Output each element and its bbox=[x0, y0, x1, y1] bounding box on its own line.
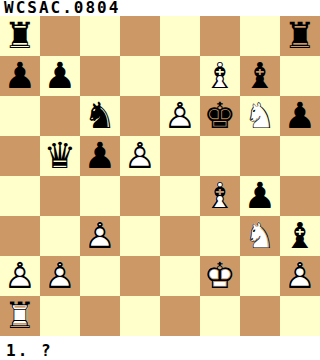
black-piece-glyph: ♚ bbox=[200, 96, 240, 136]
square-g6[interactable]: ♞♘ bbox=[240, 96, 280, 136]
square-c8[interactable] bbox=[80, 16, 120, 56]
square-e7[interactable] bbox=[160, 56, 200, 96]
square-b4[interactable] bbox=[40, 176, 80, 216]
square-b8[interactable] bbox=[40, 16, 80, 56]
black-piece-glyph: ♞ bbox=[80, 96, 120, 136]
square-d7[interactable] bbox=[120, 56, 160, 96]
square-b1[interactable] bbox=[40, 296, 80, 336]
black-pawn-b7[interactable]: ♟ bbox=[40, 56, 80, 96]
black-piece-glyph: ♟ bbox=[0, 56, 40, 96]
white-rook-a1[interactable]: ♜♖ bbox=[0, 296, 40, 336]
square-c7[interactable] bbox=[80, 56, 120, 96]
square-h8[interactable]: ♜ bbox=[280, 16, 320, 56]
square-f5[interactable] bbox=[200, 136, 240, 176]
black-bishop-g7[interactable]: ♝ bbox=[240, 56, 280, 96]
white-pawn-e6[interactable]: ♟♙ bbox=[160, 96, 200, 136]
square-b6[interactable] bbox=[40, 96, 80, 136]
white-piece-outline: ♗ bbox=[200, 176, 240, 216]
square-c3[interactable]: ♟♙ bbox=[80, 216, 120, 256]
square-d2[interactable] bbox=[120, 256, 160, 296]
square-b3[interactable] bbox=[40, 216, 80, 256]
black-piece-glyph: ♟ bbox=[280, 96, 320, 136]
square-h3[interactable]: ♝ bbox=[280, 216, 320, 256]
black-piece-glyph: ♝ bbox=[240, 56, 280, 96]
black-piece-glyph: ♛ bbox=[40, 136, 80, 176]
black-rook-h8[interactable]: ♜ bbox=[280, 16, 320, 56]
white-king-f2[interactable]: ♚♔ bbox=[200, 256, 240, 296]
square-e6[interactable]: ♟♙ bbox=[160, 96, 200, 136]
black-piece-glyph: ♟ bbox=[240, 176, 280, 216]
white-piece-outline: ♙ bbox=[280, 256, 320, 296]
white-pawn-b2[interactable]: ♟♙ bbox=[40, 256, 80, 296]
black-pawn-c5[interactable]: ♟ bbox=[80, 136, 120, 176]
square-e4[interactable] bbox=[160, 176, 200, 216]
square-a4[interactable] bbox=[0, 176, 40, 216]
white-piece-outline: ♙ bbox=[40, 256, 80, 296]
black-pawn-a7[interactable]: ♟ bbox=[0, 56, 40, 96]
black-king-f6[interactable]: ♚ bbox=[200, 96, 240, 136]
square-g7[interactable]: ♝ bbox=[240, 56, 280, 96]
chess-puzzle-window: WCSAC.0804 ♜♜♟♟♝♗♝♞♟♙♚♞♘♟♛♟♟♙♝♗♟♟♙♞♘♝♟♙♟… bbox=[0, 0, 320, 360]
white-pawn-a2[interactable]: ♟♙ bbox=[0, 256, 40, 296]
black-queen-b5[interactable]: ♛ bbox=[40, 136, 80, 176]
square-g8[interactable] bbox=[240, 16, 280, 56]
white-pawn-c3[interactable]: ♟♙ bbox=[80, 216, 120, 256]
square-g5[interactable] bbox=[240, 136, 280, 176]
square-e3[interactable] bbox=[160, 216, 200, 256]
square-d3[interactable] bbox=[120, 216, 160, 256]
square-a1[interactable]: ♜♖ bbox=[0, 296, 40, 336]
square-f1[interactable] bbox=[200, 296, 240, 336]
white-piece-outline: ♔ bbox=[200, 256, 240, 296]
square-a5[interactable] bbox=[0, 136, 40, 176]
square-b7[interactable]: ♟ bbox=[40, 56, 80, 96]
black-piece-glyph: ♟ bbox=[80, 136, 120, 176]
white-piece-outline: ♙ bbox=[120, 136, 160, 176]
square-g1[interactable] bbox=[240, 296, 280, 336]
white-pawn-d5[interactable]: ♟♙ bbox=[120, 136, 160, 176]
puzzle-title: WCSAC.0804 bbox=[0, 0, 320, 16]
square-f2[interactable]: ♚♔ bbox=[200, 256, 240, 296]
square-h7[interactable] bbox=[280, 56, 320, 96]
move-prompt: 1. ? bbox=[0, 336, 320, 360]
white-piece-outline: ♗ bbox=[200, 56, 240, 96]
chess-board: ♜♜♟♟♝♗♝♞♟♙♚♞♘♟♛♟♟♙♝♗♟♟♙♞♘♝♟♙♟♙♚♔♟♙♜♖ bbox=[0, 16, 320, 336]
square-d6[interactable] bbox=[120, 96, 160, 136]
square-c5[interactable]: ♟ bbox=[80, 136, 120, 176]
square-h2[interactable]: ♟♙ bbox=[280, 256, 320, 296]
square-b2[interactable]: ♟♙ bbox=[40, 256, 80, 296]
square-h4[interactable] bbox=[280, 176, 320, 216]
white-bishop-f4[interactable]: ♝♗ bbox=[200, 176, 240, 216]
square-f6[interactable]: ♚ bbox=[200, 96, 240, 136]
square-c4[interactable] bbox=[80, 176, 120, 216]
square-e8[interactable] bbox=[160, 16, 200, 56]
white-piece-outline: ♖ bbox=[0, 296, 40, 336]
square-c6[interactable]: ♞ bbox=[80, 96, 120, 136]
white-bishop-f7[interactable]: ♝♗ bbox=[200, 56, 240, 96]
square-f3[interactable] bbox=[200, 216, 240, 256]
square-g2[interactable] bbox=[240, 256, 280, 296]
square-a3[interactable] bbox=[0, 216, 40, 256]
square-h6[interactable]: ♟ bbox=[280, 96, 320, 136]
square-e5[interactable] bbox=[160, 136, 200, 176]
black-piece-glyph: ♜ bbox=[280, 16, 320, 56]
square-f8[interactable] bbox=[200, 16, 240, 56]
square-e2[interactable] bbox=[160, 256, 200, 296]
square-a8[interactable]: ♜ bbox=[0, 16, 40, 56]
black-piece-glyph: ♝ bbox=[280, 216, 320, 256]
square-f4[interactable]: ♝♗ bbox=[200, 176, 240, 216]
square-d8[interactable] bbox=[120, 16, 160, 56]
square-b5[interactable]: ♛ bbox=[40, 136, 80, 176]
square-c1[interactable] bbox=[80, 296, 120, 336]
black-piece-glyph: ♜ bbox=[0, 16, 40, 56]
white-knight-g6[interactable]: ♞♘ bbox=[240, 96, 280, 136]
square-h5[interactable] bbox=[280, 136, 320, 176]
square-c2[interactable] bbox=[80, 256, 120, 296]
square-e1[interactable] bbox=[160, 296, 200, 336]
white-piece-outline: ♙ bbox=[0, 256, 40, 296]
square-d5[interactable]: ♟♙ bbox=[120, 136, 160, 176]
white-knight-g3[interactable]: ♞♘ bbox=[240, 216, 280, 256]
black-pawn-h6[interactable]: ♟ bbox=[280, 96, 320, 136]
black-piece-glyph: ♟ bbox=[40, 56, 80, 96]
black-bishop-h3[interactable]: ♝ bbox=[280, 216, 320, 256]
square-d1[interactable] bbox=[120, 296, 160, 336]
white-piece-outline: ♘ bbox=[240, 96, 280, 136]
black-rook-a8[interactable]: ♜ bbox=[0, 16, 40, 56]
square-h1[interactable] bbox=[280, 296, 320, 336]
square-g3[interactable]: ♞♘ bbox=[240, 216, 280, 256]
square-g4[interactable]: ♟ bbox=[240, 176, 280, 216]
black-pawn-g4[interactable]: ♟ bbox=[240, 176, 280, 216]
square-a6[interactable] bbox=[0, 96, 40, 136]
black-knight-c6[interactable]: ♞ bbox=[80, 96, 120, 136]
white-piece-outline: ♙ bbox=[160, 96, 200, 136]
square-a7[interactable]: ♟ bbox=[0, 56, 40, 96]
square-f7[interactable]: ♝♗ bbox=[200, 56, 240, 96]
white-pawn-h2[interactable]: ♟♙ bbox=[280, 256, 320, 296]
white-piece-outline: ♙ bbox=[80, 216, 120, 256]
square-d4[interactable] bbox=[120, 176, 160, 216]
square-a2[interactable]: ♟♙ bbox=[0, 256, 40, 296]
white-piece-outline: ♘ bbox=[240, 216, 280, 256]
